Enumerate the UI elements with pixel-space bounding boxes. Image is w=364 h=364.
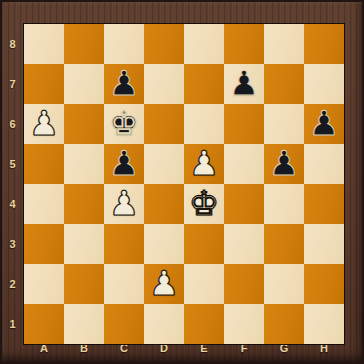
rank-label-4: 4 — [2, 184, 23, 224]
square-b1[interactable] — [64, 304, 104, 344]
piece-white-pawn[interactable]: ♟ — [149, 263, 179, 303]
chess-board: ♟♟♟♚♟♟♟♟♟♚♟ — [23, 23, 345, 345]
piece-black-pawn[interactable]: ♟ — [309, 103, 339, 143]
square-h8[interactable] — [304, 24, 344, 64]
square-h4[interactable] — [304, 184, 344, 224]
square-b7[interactable] — [64, 64, 104, 104]
square-g1[interactable] — [264, 304, 304, 344]
square-c5[interactable]: ♟ — [104, 144, 144, 184]
square-e2[interactable] — [184, 264, 224, 304]
rank-label-7: 7 — [2, 64, 23, 104]
square-a2[interactable] — [24, 264, 64, 304]
square-f7[interactable]: ♟ — [224, 64, 264, 104]
square-h5[interactable] — [304, 144, 344, 184]
square-h6[interactable]: ♟ — [304, 104, 344, 144]
square-h7[interactable] — [304, 64, 344, 104]
square-d7[interactable] — [144, 64, 184, 104]
square-e5[interactable]: ♟ — [184, 144, 224, 184]
square-e8[interactable] — [184, 24, 224, 64]
square-c6[interactable]: ♚ — [104, 104, 144, 144]
square-h1[interactable] — [304, 304, 344, 344]
square-g7[interactable] — [264, 64, 304, 104]
square-e3[interactable] — [184, 224, 224, 264]
board-frame: 87654321 ABCDEFGH ♟♟♟♚♟♟♟♟♟♚♟ — [0, 0, 364, 364]
square-e7[interactable] — [184, 64, 224, 104]
square-g5[interactable]: ♟ — [264, 144, 304, 184]
square-d1[interactable] — [144, 304, 184, 344]
square-c4[interactable]: ♟ — [104, 184, 144, 224]
piece-black-pawn[interactable]: ♟ — [109, 143, 139, 183]
square-g6[interactable] — [264, 104, 304, 144]
square-b2[interactable] — [64, 264, 104, 304]
piece-black-pawn[interactable]: ♟ — [229, 63, 259, 103]
piece-black-pawn[interactable]: ♟ — [109, 63, 139, 103]
square-d3[interactable] — [144, 224, 184, 264]
square-b3[interactable] — [64, 224, 104, 264]
rank-label-5: 5 — [2, 144, 23, 184]
square-a1[interactable] — [24, 304, 64, 344]
square-c7[interactable]: ♟ — [104, 64, 144, 104]
square-g4[interactable] — [264, 184, 304, 224]
square-e6[interactable] — [184, 104, 224, 144]
square-h2[interactable] — [304, 264, 344, 304]
rank-label-3: 3 — [2, 224, 23, 264]
square-b4[interactable] — [64, 184, 104, 224]
square-c3[interactable] — [104, 224, 144, 264]
square-d8[interactable] — [144, 24, 184, 64]
square-g3[interactable] — [264, 224, 304, 264]
rank-label-6: 6 — [2, 104, 23, 144]
rank-label-2: 2 — [2, 264, 23, 304]
square-d2[interactable]: ♟ — [144, 264, 184, 304]
square-a5[interactable] — [24, 144, 64, 184]
square-d6[interactable] — [144, 104, 184, 144]
square-a6[interactable]: ♟ — [24, 104, 64, 144]
square-b6[interactable] — [64, 104, 104, 144]
square-d5[interactable] — [144, 144, 184, 184]
square-a4[interactable] — [24, 184, 64, 224]
piece-white-pawn[interactable]: ♟ — [109, 183, 139, 223]
rank-label-8: 8 — [2, 24, 23, 64]
square-c1[interactable] — [104, 304, 144, 344]
square-g8[interactable] — [264, 24, 304, 64]
square-h3[interactable] — [304, 224, 344, 264]
square-b5[interactable] — [64, 144, 104, 184]
rank-labels: 87654321 — [2, 24, 23, 344]
square-c2[interactable] — [104, 264, 144, 304]
square-f5[interactable] — [224, 144, 264, 184]
piece-black-pawn[interactable]: ♟ — [269, 143, 299, 183]
square-b8[interactable] — [64, 24, 104, 64]
square-f3[interactable] — [224, 224, 264, 264]
square-a8[interactable] — [24, 24, 64, 64]
square-f1[interactable] — [224, 304, 264, 344]
square-g2[interactable] — [264, 264, 304, 304]
square-f4[interactable] — [224, 184, 264, 224]
piece-white-pawn[interactable]: ♟ — [189, 143, 219, 183]
square-e1[interactable] — [184, 304, 224, 344]
rank-label-1: 1 — [2, 304, 23, 344]
square-e4[interactable]: ♚ — [184, 184, 224, 224]
piece-white-pawn[interactable]: ♟ — [29, 103, 59, 143]
piece-white-king[interactable]: ♚ — [189, 183, 219, 223]
square-d4[interactable] — [144, 184, 184, 224]
square-f8[interactable] — [224, 24, 264, 64]
square-f6[interactable] — [224, 104, 264, 144]
square-a3[interactable] — [24, 224, 64, 264]
square-a7[interactable] — [24, 64, 64, 104]
piece-black-king[interactable]: ♚ — [109, 103, 139, 143]
square-f2[interactable] — [224, 264, 264, 304]
square-c8[interactable] — [104, 24, 144, 64]
